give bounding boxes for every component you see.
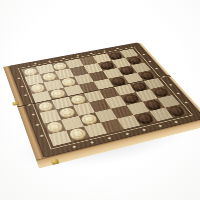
inlay-diamond	[72, 145, 76, 148]
photo-backdrop	[0, 0, 200, 200]
inlay-diamond	[48, 60, 51, 62]
inlay-diamond	[90, 141, 94, 143]
inlay-diamond	[174, 121, 177, 123]
inlay-diamond	[62, 58, 65, 59]
inlay-diamond	[176, 93, 179, 95]
inlay-diamond	[20, 86, 23, 88]
inlay-diamond	[142, 54, 145, 55]
inlay-diamond	[17, 77, 20, 79]
inlay-diamond	[116, 48, 119, 49]
inlay-diamond	[31, 113, 35, 115]
inlay-diamond	[24, 94, 27, 96]
inlay-diamond	[90, 53, 93, 54]
inlay-diamond	[103, 50, 106, 51]
inlay-diamond	[169, 84, 172, 86]
inlay-diamond	[76, 55, 79, 56]
inlay-diamond	[184, 102, 187, 104]
inlay-diamond	[158, 125, 161, 127]
inlay-diamond	[39, 135, 43, 137]
checker-piece-dark[interactable]	[167, 105, 186, 116]
inlay-diamond	[155, 68, 158, 70]
inlay-diamond	[108, 137, 112, 139]
inlay-diamond	[148, 61, 151, 63]
inlay-diamond	[142, 128, 145, 130]
inlay-diamond	[125, 133, 129, 135]
inlay-diamond	[35, 124, 39, 126]
inlay-diamond	[33, 63, 36, 65]
